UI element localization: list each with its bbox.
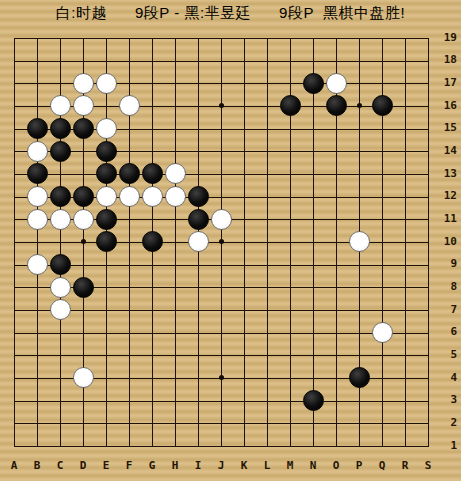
column-label: N [302,459,325,472]
stone-white [165,186,186,207]
stone-white [96,73,117,94]
column-label: E [95,459,118,472]
stone-black [96,163,117,184]
stone-white [73,209,94,230]
column-label: D [72,459,95,472]
stone-black [326,95,347,116]
row-label: 9 [436,253,460,276]
stone-black [73,118,94,139]
board-grid[interactable] [3,27,440,457]
column-label: J [210,459,233,472]
column-label: O [325,459,348,472]
row-label: 7 [436,299,460,322]
column-label: F [118,459,141,472]
stone-white [73,95,94,116]
row-label: 4 [436,367,460,390]
stone-black [50,186,71,207]
stone-black [303,390,324,411]
game-info-title: 白:时越 9段P - 黑:芈昱廷 9段P 黑棋中盘胜! [0,4,461,28]
stone-black [27,118,48,139]
column-label: H [164,459,187,472]
stone-white [119,186,140,207]
column-label: S [417,459,440,472]
stone-black [73,277,94,298]
column-label: A [3,459,26,472]
row-label: 6 [436,321,460,344]
stone-white [96,186,117,207]
stone-white [27,254,48,275]
stone-white [50,299,71,320]
stone-black [96,209,117,230]
star-point [357,103,362,108]
stone-black [27,163,48,184]
column-label: R [394,459,417,472]
column-label: C [49,459,72,472]
stone-black [372,95,393,116]
column-label: M [279,459,302,472]
row-label: 8 [436,276,460,299]
stone-black [303,73,324,94]
column-labels: ABCDEFGHIJKLMNOPQRS [3,459,440,472]
stone-white [50,209,71,230]
stone-white [119,95,140,116]
stone-white [211,209,232,230]
stone-black [50,141,71,162]
row-label: 3 [436,389,460,412]
row-label: 16 [436,95,460,118]
stone-black [349,367,370,388]
go-game-viewer: { "game": "go", "header": { "title": "白:… [0,0,461,481]
stone-white [165,163,186,184]
stone-white [50,277,71,298]
row-label: 12 [436,185,460,208]
row-label: 2 [436,412,460,435]
stone-white [142,186,163,207]
column-label: Q [371,459,394,472]
column-label: K [233,459,256,472]
stone-black [188,209,209,230]
column-label: G [141,459,164,472]
row-label: 10 [436,231,460,254]
stone-black [96,141,117,162]
stone-white [96,118,117,139]
stone-white [50,95,71,116]
stone-black [142,231,163,252]
stone-white [372,322,393,343]
stone-black [73,186,94,207]
star-point [219,239,224,244]
star-point [81,239,86,244]
row-label: 14 [436,140,460,163]
stone-white [188,231,209,252]
stone-white [27,186,48,207]
row-label: 1 [436,435,460,458]
stone-white [27,141,48,162]
row-labels: 19181716151413121110987654321 [436,27,460,457]
stone-black [119,163,140,184]
column-label: L [256,459,279,472]
column-label: B [26,459,49,472]
row-label: 13 [436,163,460,186]
row-label: 11 [436,208,460,231]
stone-black [142,163,163,184]
row-label: 19 [436,27,460,50]
star-point [219,375,224,380]
row-label: 18 [436,49,460,72]
stone-white [73,367,94,388]
stone-black [188,186,209,207]
stone-white [326,73,347,94]
stone-white [349,231,370,252]
stone-white [27,209,48,230]
row-label: 5 [436,344,460,367]
stone-black [50,118,71,139]
stone-black [50,254,71,275]
stone-black [280,95,301,116]
column-label: P [348,459,371,472]
column-label: I [187,459,210,472]
row-label: 15 [436,117,460,140]
star-point [219,103,224,108]
stone-black [96,231,117,252]
row-label: 17 [436,72,460,95]
stone-white [73,73,94,94]
